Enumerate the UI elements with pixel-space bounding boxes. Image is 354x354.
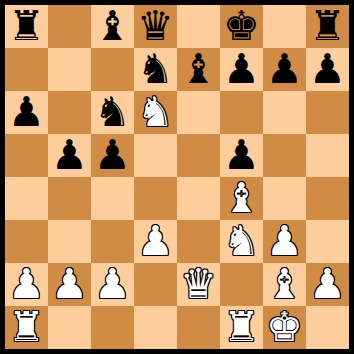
- piece-black-pawn[interactable]: ♟: [8, 91, 45, 134]
- square-f4[interactable]: ♝: [220, 177, 263, 220]
- square-e8[interactable]: [177, 5, 220, 48]
- square-a6[interactable]: ♟: [5, 91, 48, 134]
- piece-white-pawn[interactable]: ♟: [137, 220, 174, 263]
- square-h2[interactable]: ♟: [306, 263, 349, 306]
- piece-black-knight[interactable]: ♞: [94, 91, 131, 134]
- square-g6[interactable]: [263, 91, 306, 134]
- piece-black-pawn[interactable]: ♟: [94, 134, 131, 177]
- square-d6[interactable]: ♞: [134, 91, 177, 134]
- square-g3[interactable]: ♟: [263, 220, 306, 263]
- square-a2[interactable]: ♟: [5, 263, 48, 306]
- square-c1[interactable]: [91, 306, 134, 349]
- square-e6[interactable]: [177, 91, 220, 134]
- piece-black-pawn[interactable]: ♟: [223, 48, 260, 91]
- square-c5[interactable]: ♟: [91, 134, 134, 177]
- square-c8[interactable]: ♝: [91, 5, 134, 48]
- square-e4[interactable]: [177, 177, 220, 220]
- square-e5[interactable]: [177, 134, 220, 177]
- square-b3[interactable]: [48, 220, 91, 263]
- piece-white-rook[interactable]: ♜: [223, 306, 260, 349]
- square-g8[interactable]: [263, 5, 306, 48]
- square-b1[interactable]: [48, 306, 91, 349]
- square-a4[interactable]: [5, 177, 48, 220]
- piece-white-bishop[interactable]: ♝: [266, 263, 303, 306]
- square-f5[interactable]: ♟: [220, 134, 263, 177]
- square-a5[interactable]: [5, 134, 48, 177]
- square-d5[interactable]: [134, 134, 177, 177]
- piece-white-pawn[interactable]: ♟: [266, 220, 303, 263]
- square-h5[interactable]: [306, 134, 349, 177]
- square-e7[interactable]: ♝: [177, 48, 220, 91]
- piece-black-rook[interactable]: ♜: [8, 5, 45, 48]
- square-b4[interactable]: [48, 177, 91, 220]
- piece-black-pawn[interactable]: ♟: [266, 48, 303, 91]
- square-f8[interactable]: ♚: [220, 5, 263, 48]
- square-g7[interactable]: ♟: [263, 48, 306, 91]
- square-h3[interactable]: [306, 220, 349, 263]
- piece-white-pawn[interactable]: ♟: [8, 263, 45, 306]
- piece-black-queen[interactable]: ♛: [137, 5, 174, 48]
- square-f3[interactable]: ♞: [220, 220, 263, 263]
- square-d8[interactable]: ♛: [134, 5, 177, 48]
- square-f7[interactable]: ♟: [220, 48, 263, 91]
- square-h6[interactable]: [306, 91, 349, 134]
- piece-black-knight[interactable]: ♞: [137, 48, 174, 91]
- square-h1[interactable]: [306, 306, 349, 349]
- square-a3[interactable]: [5, 220, 48, 263]
- square-b5[interactable]: ♟: [48, 134, 91, 177]
- square-e1[interactable]: [177, 306, 220, 349]
- square-b2[interactable]: ♟: [48, 263, 91, 306]
- square-f1[interactable]: ♜: [220, 306, 263, 349]
- square-a1[interactable]: ♜: [5, 306, 48, 349]
- piece-white-rook[interactable]: ♜: [8, 306, 45, 349]
- square-c4[interactable]: [91, 177, 134, 220]
- square-d7[interactable]: ♞: [134, 48, 177, 91]
- piece-white-queen[interactable]: ♛: [180, 263, 217, 306]
- square-a7[interactable]: [5, 48, 48, 91]
- piece-black-king[interactable]: ♚: [223, 5, 260, 48]
- piece-black-pawn[interactable]: ♟: [51, 134, 88, 177]
- piece-white-pawn[interactable]: ♟: [51, 263, 88, 306]
- piece-black-pawn[interactable]: ♟: [223, 134, 260, 177]
- square-d3[interactable]: ♟: [134, 220, 177, 263]
- square-b7[interactable]: [48, 48, 91, 91]
- square-a8[interactable]: ♜: [5, 5, 48, 48]
- piece-black-pawn[interactable]: ♟: [309, 48, 346, 91]
- square-g1[interactable]: ♚: [263, 306, 306, 349]
- square-g2[interactable]: ♝: [263, 263, 306, 306]
- square-b6[interactable]: [48, 91, 91, 134]
- square-d4[interactable]: [134, 177, 177, 220]
- square-h7[interactable]: ♟: [306, 48, 349, 91]
- square-e2[interactable]: ♛: [177, 263, 220, 306]
- square-c7[interactable]: [91, 48, 134, 91]
- square-c6[interactable]: ♞: [91, 91, 134, 134]
- square-g4[interactable]: [263, 177, 306, 220]
- square-e3[interactable]: [177, 220, 220, 263]
- chess-board: ♜♝♛♚♜♞♝♟♟♟♟♞♞♟♟♟♝♟♞♟♟♟♟♛♝♟♜♜♚: [0, 0, 354, 354]
- piece-white-knight[interactable]: ♞: [223, 220, 260, 263]
- square-c3[interactable]: [91, 220, 134, 263]
- piece-white-bishop[interactable]: ♝: [223, 177, 260, 220]
- square-f2[interactable]: [220, 263, 263, 306]
- square-b8[interactable]: [48, 5, 91, 48]
- square-g5[interactable]: [263, 134, 306, 177]
- square-h8[interactable]: ♜: [306, 5, 349, 48]
- piece-white-pawn[interactable]: ♟: [309, 263, 346, 306]
- piece-black-bishop[interactable]: ♝: [180, 48, 217, 91]
- square-d2[interactable]: [134, 263, 177, 306]
- square-h4[interactable]: [306, 177, 349, 220]
- piece-black-bishop[interactable]: ♝: [94, 5, 131, 48]
- square-c2[interactable]: ♟: [91, 263, 134, 306]
- piece-white-knight[interactable]: ♞: [137, 91, 174, 134]
- piece-white-king[interactable]: ♚: [266, 306, 303, 349]
- piece-white-pawn[interactable]: ♟: [94, 263, 131, 306]
- square-f6[interactable]: [220, 91, 263, 134]
- square-d1[interactable]: [134, 306, 177, 349]
- piece-black-rook[interactable]: ♜: [309, 5, 346, 48]
